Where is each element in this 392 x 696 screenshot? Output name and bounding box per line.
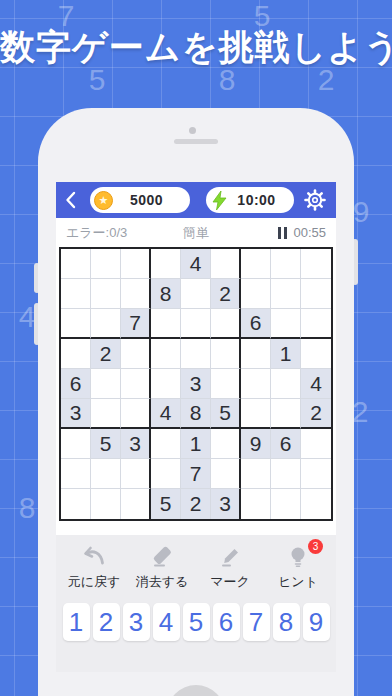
numpad-button-5[interactable]: 5: [183, 603, 210, 641]
sudoku-cell-r7c9[interactable]: [301, 429, 331, 459]
sudoku-cell-r8c2[interactable]: [91, 459, 121, 489]
sudoku-cell-r9c2[interactable]: [91, 489, 121, 519]
app-screenshot: 755824892 数字ゲームを挑戦しよう ★ 5000: [0, 0, 392, 696]
app-header: ★ 5000 10:00: [56, 182, 336, 218]
sudoku-cell-r4c8[interactable]: 1: [271, 339, 301, 369]
sudoku-cell-r1c4[interactable]: [151, 249, 181, 279]
sudoku-cell-r2c7[interactable]: [241, 279, 271, 309]
sudoku-cell-r3c8[interactable]: [271, 309, 301, 339]
sudoku-cell-r8c3[interactable]: [121, 459, 151, 489]
coins-value: 5000: [113, 192, 180, 208]
bg-faint-number: 2: [352, 395, 369, 429]
sudoku-cell-r5c8[interactable]: [271, 369, 301, 399]
hint-label: ヒント: [278, 573, 318, 591]
sudoku-cell-r2c8[interactable]: [271, 279, 301, 309]
hint-count-badge: 3: [308, 539, 323, 554]
undo-label: 元に戻す: [68, 573, 121, 591]
sudoku-cell-r4c2[interactable]: 2: [91, 339, 121, 369]
app-screen: ★ 5000 10:00: [56, 182, 336, 672]
sudoku-board: 482762163434852531967523: [59, 247, 333, 521]
sudoku-cell-r6c7[interactable]: [241, 399, 271, 429]
sudoku-cell-r9c7[interactable]: [241, 489, 271, 519]
eraser-icon: [149, 544, 175, 570]
back-button[interactable]: [65, 189, 81, 211]
sudoku-cell-r5c1[interactable]: 6: [61, 369, 91, 399]
gear-icon: [303, 188, 327, 212]
numpad-button-9[interactable]: 9: [303, 603, 330, 641]
sudoku-cell-r3c2[interactable]: [91, 309, 121, 339]
sudoku-cell-r5c6[interactable]: [211, 369, 241, 399]
errors-counter: エラー:0/3: [66, 224, 127, 242]
bg-faint-number: 8: [19, 491, 36, 525]
sudoku-cell-r6c8[interactable]: [271, 399, 301, 429]
lightning-icon: [210, 191, 229, 210]
undo-button[interactable]: 元に戻す: [67, 544, 121, 591]
sudoku-cell-r6c4[interactable]: 4: [151, 399, 181, 429]
numpad-button-1[interactable]: 1: [63, 603, 90, 641]
sudoku-cell-r3c6[interactable]: [211, 309, 241, 339]
sudoku-cell-r4c6[interactable]: [211, 339, 241, 369]
sudoku-cell-r7c3[interactable]: 3: [121, 429, 151, 459]
settings-button[interactable]: [303, 188, 327, 212]
sudoku-cell-r6c2[interactable]: [91, 399, 121, 429]
sudoku-cell-r2c6[interactable]: 2: [211, 279, 241, 309]
phone-speaker: [174, 139, 218, 144]
erase-label: 消去する: [136, 573, 189, 591]
energy-value: 10:00: [229, 192, 284, 208]
bg-faint-number: 9: [353, 195, 370, 229]
numpad-button-3[interactable]: 3: [123, 603, 150, 641]
sudoku-cell-r1c1[interactable]: [61, 249, 91, 279]
phone-home-button: [167, 685, 225, 696]
hint-button[interactable]: 3 ヒント: [271, 544, 325, 591]
sudoku-cell-r3c9[interactable]: [301, 309, 331, 339]
sudoku-cell-r7c7[interactable]: 9: [241, 429, 271, 459]
sudoku-cell-r1c9[interactable]: [301, 249, 331, 279]
sudoku-cell-r2c3[interactable]: [121, 279, 151, 309]
sudoku-cell-r3c5[interactable]: [181, 309, 211, 339]
number-pad: 123456789: [56, 603, 336, 641]
sudoku-cell-r7c6[interactable]: [211, 429, 241, 459]
sudoku-cell-r6c5[interactable]: 8: [181, 399, 211, 429]
sudoku-cell-r5c3[interactable]: [121, 369, 151, 399]
coins-pill[interactable]: ★ 5000: [90, 187, 190, 213]
sudoku-cell-r2c9[interactable]: [301, 279, 331, 309]
numpad-button-8[interactable]: 8: [273, 603, 300, 641]
sudoku-cell-r5c9[interactable]: 4: [301, 369, 331, 399]
sudoku-cell-r5c7[interactable]: [241, 369, 271, 399]
sudoku-cell-r8c6[interactable]: [211, 459, 241, 489]
sudoku-cell-r4c7[interactable]: [241, 339, 271, 369]
sudoku-cell-r7c4[interactable]: [151, 429, 181, 459]
sudoku-cell-r9c9[interactable]: [301, 489, 331, 519]
sudoku-cell-r1c7[interactable]: [241, 249, 271, 279]
sudoku-cell-r2c5[interactable]: [181, 279, 211, 309]
sudoku-cell-r3c4[interactable]: [151, 309, 181, 339]
sudoku-cell-r8c1[interactable]: [61, 459, 91, 489]
sudoku-cell-r2c4[interactable]: 8: [151, 279, 181, 309]
pause-button[interactable]: [278, 227, 287, 239]
sudoku-cell-r7c8[interactable]: 6: [271, 429, 301, 459]
back-chevron-icon: [65, 191, 76, 209]
pencil-icon: [217, 544, 243, 570]
sudoku-cell-r3c7[interactable]: 6: [241, 309, 271, 339]
phone-camera-dot: [189, 127, 196, 134]
mark-label: マーク: [210, 573, 250, 591]
lightbulb-icon: [285, 544, 311, 570]
sudoku-cell-r4c4[interactable]: [151, 339, 181, 369]
phone-mockup: ★ 5000 10:00: [38, 108, 354, 696]
timer-value: 00:55: [293, 225, 326, 240]
numpad-button-4[interactable]: 4: [153, 603, 180, 641]
sudoku-cell-r7c5[interactable]: 1: [181, 429, 211, 459]
sudoku-cell-r8c9[interactable]: [301, 459, 331, 489]
sudoku-cell-r3c1[interactable]: [61, 309, 91, 339]
sudoku-cell-r5c4[interactable]: [151, 369, 181, 399]
mark-button[interactable]: マーク: [203, 544, 257, 591]
sudoku-cell-r4c9[interactable]: [301, 339, 331, 369]
sudoku-cell-r8c5[interactable]: 7: [181, 459, 211, 489]
sudoku-cell-r7c2[interactable]: 5: [91, 429, 121, 459]
sudoku-cell-r7c1[interactable]: [61, 429, 91, 459]
erase-button[interactable]: 消去する: [135, 544, 189, 591]
sudoku-cell-r1c5[interactable]: 4: [181, 249, 211, 279]
bg-faint-number: 4: [19, 300, 36, 334]
sudoku-cell-r1c2[interactable]: [91, 249, 121, 279]
energy-pill[interactable]: 10:00: [206, 187, 294, 213]
sudoku-cell-r6c6[interactable]: 5: [211, 399, 241, 429]
numpad-button-7[interactable]: 7: [243, 603, 270, 641]
sudoku-cell-r4c5[interactable]: [181, 339, 211, 369]
sudoku-cell-r2c2[interactable]: [91, 279, 121, 309]
sudoku-cell-r5c5[interactable]: 3: [181, 369, 211, 399]
page-title: 数字ゲームを挑戦しよう: [0, 24, 392, 71]
sudoku-cell-r2c1[interactable]: [61, 279, 91, 309]
undo-arrow-icon: [81, 544, 107, 570]
numpad-button-2[interactable]: 2: [93, 603, 120, 641]
sudoku-cell-r6c3[interactable]: [121, 399, 151, 429]
sudoku-cell-r1c3[interactable]: [121, 249, 151, 279]
status-row: エラー:0/3 簡単 00:55: [56, 218, 336, 247]
sudoku-cell-r4c3[interactable]: [121, 339, 151, 369]
sudoku-cell-r9c3[interactable]: [121, 489, 151, 519]
sudoku-cell-r9c1[interactable]: [61, 489, 91, 519]
sudoku-cell-r9c5[interactable]: 2: [181, 489, 211, 519]
sudoku-cell-r9c4[interactable]: 5: [151, 489, 181, 519]
sudoku-cell-r5c2[interactable]: [91, 369, 121, 399]
sudoku-cell-r1c6[interactable]: [211, 249, 241, 279]
sudoku-cell-r6c9[interactable]: 2: [301, 399, 331, 429]
board-area: 482762163434852531967523: [56, 247, 336, 535]
sudoku-cell-r1c8[interactable]: [271, 249, 301, 279]
sudoku-cell-r8c7[interactable]: [241, 459, 271, 489]
sudoku-cell-r9c6[interactable]: 3: [211, 489, 241, 519]
control-panel: 元に戻す 消去する: [56, 535, 336, 672]
sudoku-cell-r8c4[interactable]: [151, 459, 181, 489]
star-coin-icon: ★: [94, 191, 113, 210]
sudoku-cell-r8c8[interactable]: [271, 459, 301, 489]
sudoku-cell-r3c3[interactable]: 7: [121, 309, 151, 339]
sudoku-cell-r6c1[interactable]: 3: [61, 399, 91, 429]
sudoku-cell-r4c1[interactable]: [61, 339, 91, 369]
numpad-button-6[interactable]: 6: [213, 603, 240, 641]
sudoku-cell-r9c8[interactable]: [271, 489, 301, 519]
